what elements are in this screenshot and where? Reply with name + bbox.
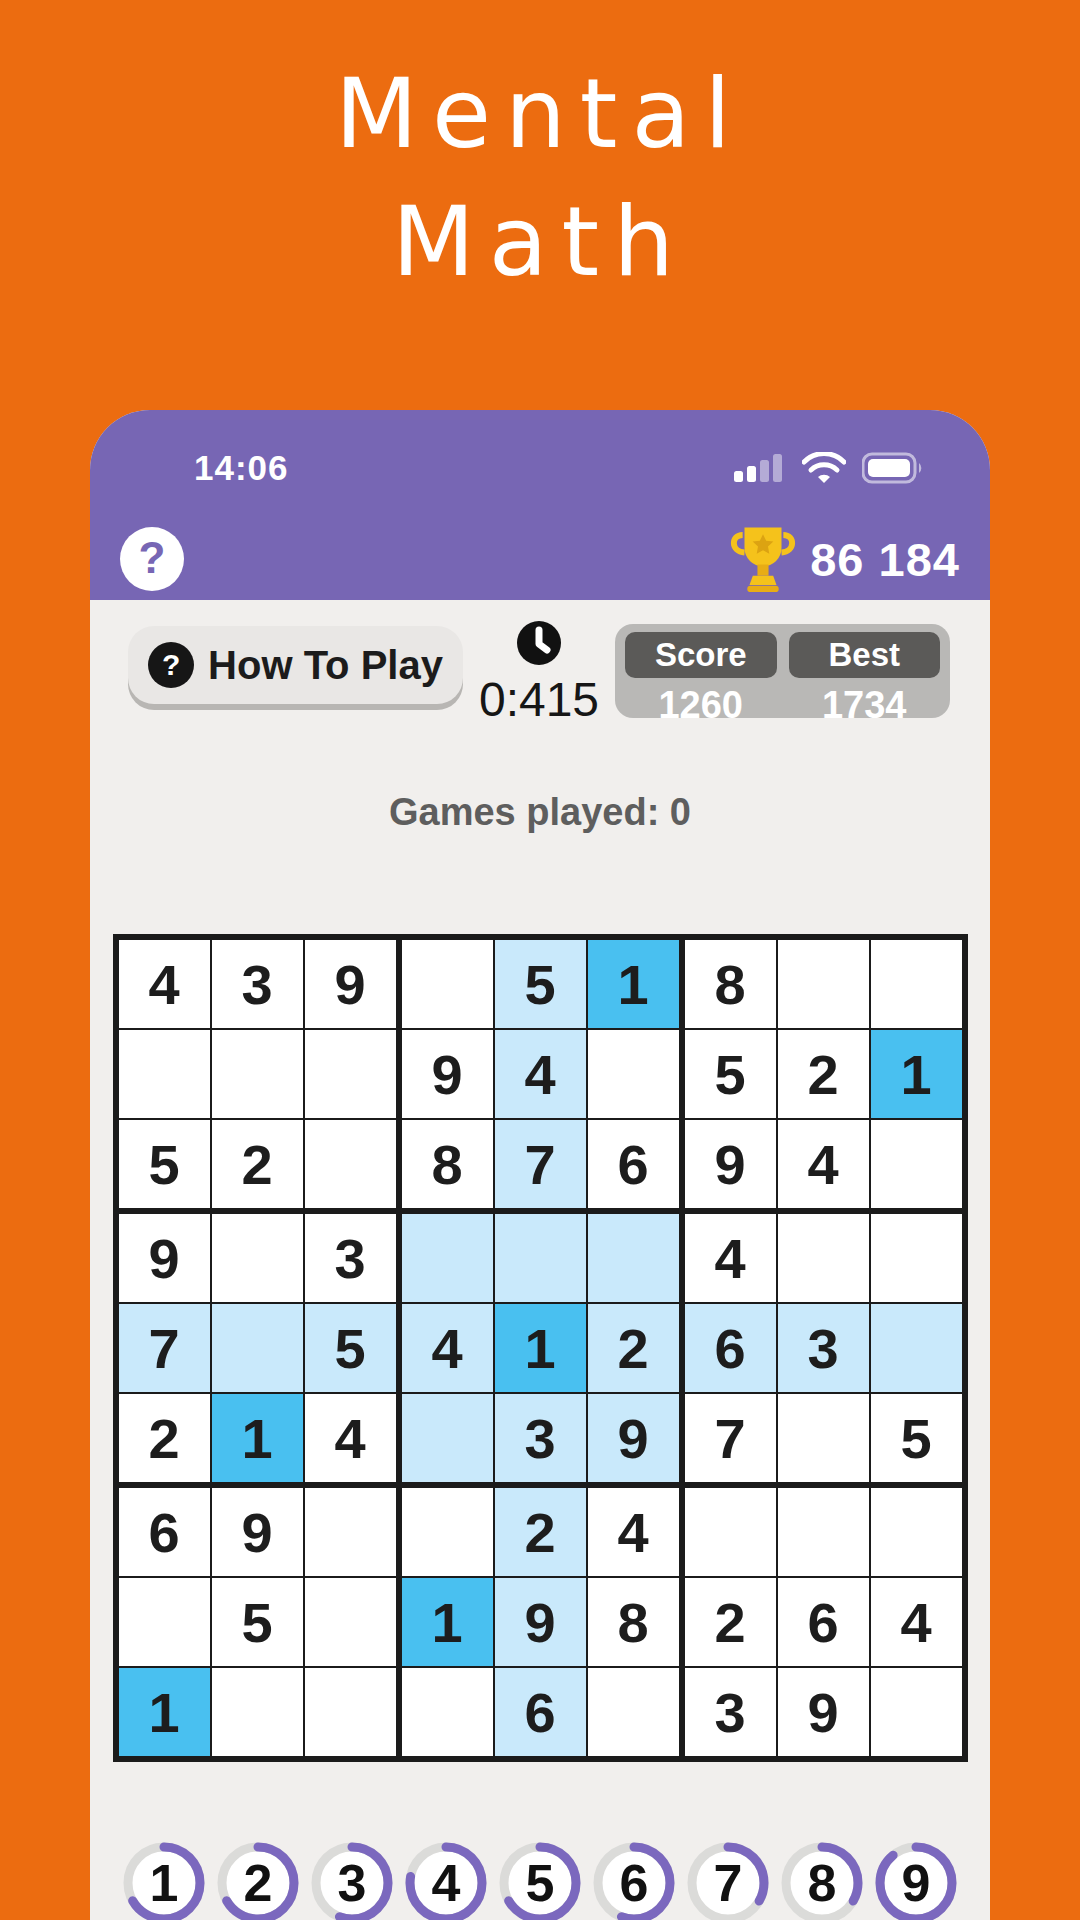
cell-r1c4[interactable] (402, 940, 495, 1030)
cell-r4c7[interactable]: 4 (685, 1214, 778, 1304)
cell-r2c4[interactable]: 9 (402, 1030, 495, 1120)
cell-r2c5[interactable]: 4 (495, 1030, 588, 1120)
number-button-label: 4 (401, 1838, 491, 1920)
cell-r1c9[interactable] (871, 940, 962, 1030)
app-title-line2: Math (0, 178, 1080, 306)
cell-r6c8[interactable] (778, 1394, 871, 1488)
trophy-score-value: 86 184 (810, 532, 960, 587)
trophy-score: 86 184 (726, 522, 960, 596)
cell-r7c3[interactable] (305, 1488, 402, 1578)
app-title-line1: Mental (0, 50, 1080, 178)
number-button-label: 1 (119, 1838, 209, 1920)
number-button-6[interactable]: 6 (589, 1838, 679, 1920)
cell-r8c9[interactable]: 4 (871, 1578, 962, 1668)
question-badge-icon: ? (148, 642, 194, 688)
app-title: Mental Math (0, 0, 1080, 306)
cell-r3c1[interactable]: 5 (119, 1120, 212, 1214)
games-played-label: Games played: 0 (90, 791, 990, 834)
number-button-4[interactable]: 4 (401, 1838, 491, 1920)
number-button-label: 5 (495, 1838, 585, 1920)
cell-r8c6[interactable]: 8 (588, 1578, 685, 1668)
cell-r9c5[interactable]: 6 (495, 1668, 588, 1756)
cell-r8c8[interactable]: 6 (778, 1578, 871, 1668)
cell-r3c8[interactable]: 4 (778, 1120, 871, 1214)
cell-r6c9[interactable]: 5 (871, 1394, 962, 1488)
wifi-icon (802, 452, 846, 484)
cell-r3c2[interactable]: 2 (212, 1120, 305, 1214)
cell-r8c5[interactable]: 9 (495, 1578, 588, 1668)
number-button-label: 9 (871, 1838, 961, 1920)
cell-r5c9[interactable] (871, 1304, 962, 1394)
cell-r1c5[interactable]: 5 (495, 940, 588, 1030)
how-to-play-label: How To Play (208, 643, 443, 688)
cell-r9c4[interactable] (402, 1668, 495, 1756)
cell-r7c7[interactable] (685, 1488, 778, 1578)
score-label-chip: Score (625, 632, 777, 678)
number-button-8[interactable]: 8 (777, 1838, 867, 1920)
cell-r7c8[interactable] (778, 1488, 871, 1578)
number-button-5[interactable]: 5 (495, 1838, 585, 1920)
cell-r9c6[interactable] (588, 1668, 685, 1756)
cell-r4c8[interactable] (778, 1214, 871, 1304)
help-question-icon: ? (139, 533, 166, 583)
score-panel: Score Best 1260 1734 (615, 624, 950, 718)
cell-r3c3[interactable] (305, 1120, 402, 1214)
cell-r2c1[interactable] (119, 1030, 212, 1120)
cell-r7c2[interactable]: 9 (212, 1488, 305, 1578)
number-button-label: 6 (589, 1838, 679, 1920)
cell-r1c3[interactable]: 9 (305, 940, 402, 1030)
number-button-label: 7 (683, 1838, 773, 1920)
cell-r7c1[interactable]: 6 (119, 1488, 212, 1578)
status-bar: 14:06 (90, 410, 990, 488)
trophy-icon (726, 522, 800, 596)
cell-r4c6[interactable] (588, 1214, 685, 1304)
cell-r9c3[interactable] (305, 1668, 402, 1756)
cell-r3c4[interactable]: 8 (402, 1120, 495, 1214)
cell-r8c7[interactable]: 2 (685, 1578, 778, 1668)
cell-r5c3[interactable]: 5 (305, 1304, 402, 1394)
cell-r5c1[interactable]: 7 (119, 1304, 212, 1394)
cell-r5c8[interactable]: 3 (778, 1304, 871, 1394)
cell-r1c2[interactable]: 3 (212, 940, 305, 1030)
cell-r6c1[interactable]: 2 (119, 1394, 212, 1488)
cell-r9c2[interactable] (212, 1668, 305, 1756)
cell-r6c5[interactable]: 3 (495, 1394, 588, 1488)
cell-r8c1[interactable] (119, 1578, 212, 1668)
best-label-chip: Best (789, 632, 941, 678)
cell-r3c6[interactable]: 6 (588, 1120, 685, 1214)
cell-r4c2[interactable] (212, 1214, 305, 1304)
cell-r5c4[interactable]: 4 (402, 1304, 495, 1394)
cell-r8c3[interactable] (305, 1578, 402, 1668)
clock-icon (516, 620, 562, 666)
cell-r2c9[interactable]: 1 (871, 1030, 962, 1120)
number-button-label: 3 (307, 1838, 397, 1920)
cell-r5c5[interactable]: 1 (495, 1304, 588, 1394)
toolbar: ? How To Play 0:415 Score Best 1260 1734 (128, 624, 950, 727)
cell-r7c4[interactable] (402, 1488, 495, 1578)
number-button-7[interactable]: 7 (683, 1838, 773, 1920)
cell-r9c8[interactable]: 9 (778, 1668, 871, 1756)
number-buttons: 123456789 (90, 1838, 990, 1920)
purple-header: 14:06 (90, 410, 990, 600)
cell-r2c3[interactable] (305, 1030, 402, 1120)
timer-value: 0:415 (463, 672, 615, 727)
status-time: 14:06 (194, 448, 289, 488)
cell-r6c7[interactable]: 7 (685, 1394, 778, 1488)
cell-r1c7[interactable]: 8 (685, 940, 778, 1030)
sudoku-grid: 4395189452152876949347541263214397569245… (113, 934, 968, 1762)
cell-r9c7[interactable]: 3 (685, 1668, 778, 1756)
question-badge-glyph: ? (162, 648, 180, 682)
cell-r3c7[interactable]: 9 (685, 1120, 778, 1214)
how-to-play-button[interactable]: ? How To Play (128, 626, 463, 704)
cell-r6c2[interactable]: 1 (212, 1394, 305, 1488)
cell-r2c8[interactable]: 2 (778, 1030, 871, 1120)
cell-r4c9[interactable] (871, 1214, 962, 1304)
cell-r5c6[interactable]: 2 (588, 1304, 685, 1394)
cell-r7c9[interactable] (871, 1488, 962, 1578)
phone-card: 14:06 (90, 410, 990, 1920)
number-button-2[interactable]: 2 (213, 1838, 303, 1920)
cell-r7c6[interactable]: 4 (588, 1488, 685, 1578)
cell-r3c9[interactable] (871, 1120, 962, 1214)
cell-r7c5[interactable]: 2 (495, 1488, 588, 1578)
number-button-1[interactable]: 1 (119, 1838, 209, 1920)
timer-block: 0:415 (463, 620, 615, 727)
score-value: 1260 (625, 684, 777, 727)
header-row: ? 86 184 (120, 522, 960, 596)
cell-r1c6[interactable]: 1 (588, 940, 685, 1030)
number-button-label: 8 (777, 1838, 867, 1920)
cell-r3c5[interactable]: 7 (495, 1120, 588, 1214)
cell-r5c2[interactable] (212, 1304, 305, 1394)
cell-r1c1[interactable]: 4 (119, 940, 212, 1030)
cell-r4c5[interactable] (495, 1214, 588, 1304)
cell-r6c4[interactable] (402, 1394, 495, 1488)
help-button[interactable]: ? (120, 527, 184, 591)
cell-r1c8[interactable] (778, 940, 871, 1030)
number-button-9[interactable]: 9 (871, 1838, 961, 1920)
cell-r9c9[interactable] (871, 1668, 962, 1756)
cell-r4c4[interactable] (402, 1214, 495, 1304)
cell-r2c7[interactable]: 5 (685, 1030, 778, 1120)
number-button-label: 2 (213, 1838, 303, 1920)
cell-r4c3[interactable]: 3 (305, 1214, 402, 1304)
status-icons (734, 452, 926, 484)
battery-icon (862, 452, 926, 484)
cell-r8c4[interactable]: 1 (402, 1578, 495, 1668)
cell-r2c2[interactable] (212, 1030, 305, 1120)
cell-r6c3[interactable]: 4 (305, 1394, 402, 1488)
best-value: 1734 (789, 684, 941, 727)
cellular-signal-icon (734, 452, 786, 484)
cell-r5c7[interactable]: 6 (685, 1304, 778, 1394)
cell-r9c1[interactable]: 1 (119, 1668, 212, 1756)
cell-r4c1[interactable]: 9 (119, 1214, 212, 1304)
cell-r6c6[interactable]: 9 (588, 1394, 685, 1488)
cell-r8c2[interactable]: 5 (212, 1578, 305, 1668)
number-button-3[interactable]: 3 (307, 1838, 397, 1920)
cell-r2c6[interactable] (588, 1030, 685, 1120)
